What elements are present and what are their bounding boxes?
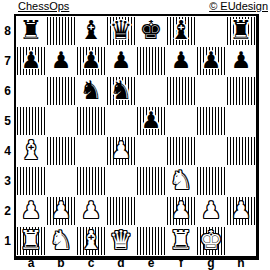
- square-c1[interactable]: ♝: [76, 226, 106, 256]
- app-title-link[interactable]: ChessOps: [18, 0, 69, 13]
- file-label-c: c: [76, 257, 106, 270]
- square-d8[interactable]: ♛: [106, 16, 136, 46]
- square-c6[interactable]: ♞: [76, 76, 106, 106]
- square-c5[interactable]: [76, 106, 106, 136]
- square-f1[interactable]: ♜: [166, 226, 196, 256]
- piece-black-queen[interactable]: ♛: [109, 17, 132, 43]
- piece-black-pawn[interactable]: ♟: [81, 49, 102, 72]
- piece-black-rook[interactable]: ♜: [19, 17, 42, 43]
- rank-label-8: 8: [2, 16, 13, 46]
- square-a6[interactable]: [16, 76, 46, 106]
- piece-black-pawn[interactable]: ♟: [171, 49, 192, 72]
- piece-white-pawn[interactable]: ♟: [171, 199, 192, 222]
- square-b7[interactable]: ♟: [46, 46, 76, 76]
- square-b5[interactable]: [46, 106, 76, 136]
- piece-black-knight[interactable]: ♞: [79, 77, 102, 103]
- square-f7[interactable]: ♟: [166, 46, 196, 76]
- rank-label-4: 4: [2, 136, 13, 166]
- file-label-d: d: [106, 257, 136, 270]
- square-b2[interactable]: ♟: [46, 196, 76, 226]
- square-g7[interactable]: ♟: [196, 46, 226, 76]
- square-g4[interactable]: [196, 136, 226, 166]
- square-b6[interactable]: [46, 76, 76, 106]
- square-b8[interactable]: [46, 16, 76, 46]
- piece-black-knight[interactable]: ♞: [109, 77, 132, 103]
- piece-white-bishop[interactable]: ♝: [79, 227, 102, 253]
- square-f4[interactable]: [166, 136, 196, 166]
- square-f3[interactable]: ♞: [166, 166, 196, 196]
- square-b3[interactable]: [46, 166, 76, 196]
- rank-labels: 87654321: [2, 16, 13, 256]
- square-h8[interactable]: ♜: [226, 16, 256, 46]
- piece-white-pawn[interactable]: ♟: [231, 199, 252, 222]
- rank-label-3: 3: [2, 166, 13, 196]
- square-g1[interactable]: ♚: [196, 226, 226, 256]
- piece-white-pawn[interactable]: ♟: [111, 139, 132, 162]
- file-label-a: a: [16, 257, 46, 270]
- square-h7[interactable]: ♟: [226, 46, 256, 76]
- square-d3[interactable]: [106, 166, 136, 196]
- rank-label-5: 5: [2, 106, 13, 136]
- square-e8[interactable]: ♚: [136, 16, 166, 46]
- square-c7[interactable]: ♟: [76, 46, 106, 76]
- piece-black-bishop[interactable]: ♝: [79, 17, 102, 43]
- piece-white-pawn[interactable]: ♟: [21, 199, 42, 222]
- square-a1[interactable]: ♜: [16, 226, 46, 256]
- square-f2[interactable]: ♟: [166, 196, 196, 226]
- square-e6[interactable]: [136, 76, 166, 106]
- piece-white-rook[interactable]: ♜: [19, 227, 42, 253]
- square-c2[interactable]: ♟: [76, 196, 106, 226]
- piece-white-pawn[interactable]: ♟: [51, 199, 72, 222]
- square-d7[interactable]: ♟: [106, 46, 136, 76]
- piece-white-king[interactable]: ♚: [199, 227, 222, 253]
- square-f8[interactable]: ♝: [166, 16, 196, 46]
- square-h1[interactable]: [226, 226, 256, 256]
- square-d2[interactable]: [106, 196, 136, 226]
- square-c4[interactable]: [76, 136, 106, 166]
- piece-white-pawn[interactable]: ♟: [81, 199, 102, 222]
- chess-board: ♜♝♛♚♝♜♟♟♟♟♟♟♟♞♞♟♝♟♞♟♟♟♟♟♟♜♞♝♛♜♚: [16, 16, 256, 256]
- square-d4[interactable]: ♟: [106, 136, 136, 166]
- square-g6[interactable]: [196, 76, 226, 106]
- file-label-f: f: [166, 257, 196, 270]
- piece-white-knight[interactable]: ♞: [169, 167, 192, 193]
- rank-label-2: 2: [2, 196, 13, 226]
- square-e4[interactable]: [136, 136, 166, 166]
- square-b4[interactable]: [46, 136, 76, 166]
- chess-diagram: ChessOps © EUdesign 87654321 ♜♝♛♚♝♜♟♟♟♟♟…: [0, 0, 270, 270]
- piece-white-bishop[interactable]: ♝: [19, 137, 42, 163]
- piece-black-pawn[interactable]: ♟: [201, 49, 222, 72]
- piece-black-rook[interactable]: ♜: [229, 17, 252, 43]
- square-e5[interactable]: ♟: [136, 106, 166, 136]
- square-c3[interactable]: [76, 166, 106, 196]
- square-a4[interactable]: ♝: [16, 136, 46, 166]
- square-d1[interactable]: ♛: [106, 226, 136, 256]
- square-d5[interactable]: [106, 106, 136, 136]
- square-c8[interactable]: ♝: [76, 16, 106, 46]
- rank-label-7: 7: [2, 46, 13, 76]
- square-h2[interactable]: ♟: [226, 196, 256, 226]
- piece-white-knight[interactable]: ♞: [49, 227, 72, 253]
- square-d6[interactable]: ♞: [106, 76, 136, 106]
- file-labels: abcdefgh: [16, 257, 256, 270]
- piece-black-pawn[interactable]: ♟: [51, 49, 72, 72]
- file-label-b: b: [46, 257, 76, 270]
- rank-label-1: 1: [2, 226, 13, 256]
- square-h5[interactable]: [226, 106, 256, 136]
- square-a2[interactable]: ♟: [16, 196, 46, 226]
- piece-black-pawn[interactable]: ♟: [21, 49, 42, 72]
- square-e7[interactable]: [136, 46, 166, 76]
- square-g5[interactable]: [196, 106, 226, 136]
- rank-label-6: 6: [2, 76, 13, 106]
- square-a5[interactable]: [16, 106, 46, 136]
- square-g8[interactable]: [196, 16, 226, 46]
- square-b1[interactable]: ♞: [46, 226, 76, 256]
- square-f6[interactable]: [166, 76, 196, 106]
- square-e1[interactable]: [136, 226, 166, 256]
- square-e2[interactable]: [136, 196, 166, 226]
- square-a3[interactable]: [16, 166, 46, 196]
- square-g3[interactable]: [196, 166, 226, 196]
- piece-black-pawn[interactable]: ♟: [111, 49, 132, 72]
- square-f5[interactable]: [166, 106, 196, 136]
- square-g2[interactable]: ♟: [196, 196, 226, 226]
- piece-black-pawn[interactable]: ♟: [231, 49, 252, 72]
- piece-black-bishop[interactable]: ♝: [169, 17, 192, 43]
- file-label-g: g: [196, 257, 226, 270]
- square-a7[interactable]: ♟: [16, 46, 46, 76]
- square-h4[interactable]: [226, 136, 256, 166]
- file-label-e: e: [136, 257, 166, 270]
- piece-white-rook[interactable]: ♜: [169, 227, 192, 253]
- square-a8[interactable]: ♜: [16, 16, 46, 46]
- piece-white-pawn[interactable]: ♟: [201, 199, 222, 222]
- square-h6[interactable]: [226, 76, 256, 106]
- piece-black-king[interactable]: ♚: [139, 17, 162, 43]
- board-frame: ♜♝♛♚♝♜♟♟♟♟♟♟♟♞♞♟♝♟♞♟♟♟♟♟♟♜♞♝♛♜♚: [14, 14, 259, 260]
- piece-black-pawn[interactable]: ♟: [141, 109, 162, 132]
- square-e3[interactable]: [136, 166, 166, 196]
- credit-link[interactable]: © EUdesign: [209, 0, 268, 13]
- square-h3[interactable]: [226, 166, 256, 196]
- file-label-h: h: [226, 257, 256, 270]
- piece-white-queen[interactable]: ♛: [109, 227, 132, 253]
